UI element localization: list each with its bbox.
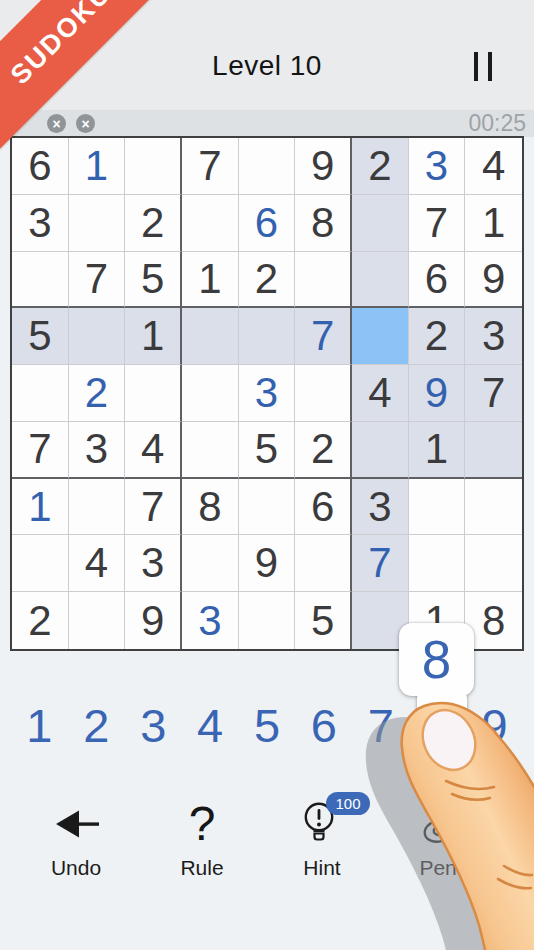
cell-r6c7[interactable] xyxy=(352,422,409,479)
cell-r5c9[interactable]: 7 xyxy=(465,365,522,422)
close-icon[interactable]: × xyxy=(47,114,66,133)
number-key-6[interactable]: 6 xyxy=(295,696,352,754)
rule-label: Rule xyxy=(180,856,223,880)
timer-label: 00:25 xyxy=(468,110,526,137)
cell-r9c9[interactable]: 8 xyxy=(465,592,522,649)
cell-r7c9[interactable] xyxy=(465,479,522,536)
rule-button[interactable]: ? Rule xyxy=(147,798,257,880)
cell-r8c7[interactable]: 7 xyxy=(352,535,409,592)
number-key-9[interactable]: 9 xyxy=(466,696,523,754)
cell-r7c7[interactable]: 3 xyxy=(352,479,409,536)
cell-r1c3[interactable] xyxy=(125,138,182,195)
number-key-8[interactable]: 8 xyxy=(409,696,466,754)
cell-r5c1[interactable] xyxy=(12,365,69,422)
cell-r4c8[interactable]: 2 xyxy=(409,308,466,365)
pencil-label: Pencil xyxy=(419,856,476,880)
number-key-3[interactable]: 3 xyxy=(125,696,182,754)
cell-r9c4[interactable]: 3 xyxy=(182,592,239,649)
cell-r1c5[interactable] xyxy=(239,138,296,195)
hint-count-badge: 100 xyxy=(326,792,370,815)
number-picker: 123456789 xyxy=(11,696,523,754)
pause-icon xyxy=(488,52,492,81)
cell-r4c1[interactable]: 5 xyxy=(12,308,69,365)
cell-r3c5[interactable]: 2 xyxy=(239,252,296,309)
cell-r7c3[interactable]: 7 xyxy=(125,479,182,536)
cell-r2c7[interactable] xyxy=(352,195,409,252)
cell-r1c7[interactable]: 2 xyxy=(352,138,409,195)
cell-r4c6[interactable]: 7 xyxy=(295,308,352,365)
cell-r2c4[interactable] xyxy=(182,195,239,252)
pause-button[interactable] xyxy=(474,52,492,81)
undo-arrow-icon xyxy=(52,806,100,842)
cell-r1c2[interactable]: 1 xyxy=(69,138,126,195)
cell-r4c2[interactable] xyxy=(69,308,126,365)
cell-r5c5[interactable]: 3 xyxy=(239,365,296,422)
cell-r1c6[interactable]: 9 xyxy=(295,138,352,195)
cell-r9c8[interactable]: 1 xyxy=(409,592,466,649)
cell-r7c4[interactable]: 8 xyxy=(182,479,239,536)
cell-r4c4[interactable] xyxy=(182,308,239,365)
cell-r5c8[interactable]: 9 xyxy=(409,365,466,422)
cell-r6c9[interactable] xyxy=(465,422,522,479)
cell-r9c5[interactable] xyxy=(239,592,296,649)
cell-r2c9[interactable]: 1 xyxy=(465,195,522,252)
cell-r8c3[interactable]: 3 xyxy=(125,535,182,592)
undo-button[interactable]: Undo xyxy=(21,798,131,880)
cell-r4c9[interactable]: 3 xyxy=(465,308,522,365)
cell-r5c3[interactable] xyxy=(125,365,182,422)
number-key-4[interactable]: 4 xyxy=(182,696,239,754)
cell-r9c2[interactable] xyxy=(69,592,126,649)
cell-r9c1[interactable]: 2 xyxy=(12,592,69,649)
cell-r5c7[interactable]: 4 xyxy=(352,365,409,422)
sudoku-board: 6179234326871751269517232349773452117863… xyxy=(10,136,524,651)
cell-r1c1[interactable]: 6 xyxy=(12,138,69,195)
cell-r7c2[interactable] xyxy=(69,479,126,536)
cell-r1c9[interactable]: 4 xyxy=(465,138,522,195)
cell-r9c3[interactable]: 9 xyxy=(125,592,182,649)
cell-r2c2[interactable] xyxy=(69,195,126,252)
hint-label: Hint xyxy=(303,856,340,880)
cell-r3c3[interactable]: 5 xyxy=(125,252,182,309)
cell-r7c1[interactable]: 1 xyxy=(12,479,69,536)
number-key-5[interactable]: 5 xyxy=(239,696,296,754)
cell-r6c5[interactable]: 5 xyxy=(239,422,296,479)
cell-r3c1[interactable] xyxy=(12,252,69,309)
cell-r3c6[interactable] xyxy=(295,252,352,309)
cell-r5c6[interactable] xyxy=(295,365,352,422)
cell-r5c4[interactable] xyxy=(182,365,239,422)
toolbar: Undo ? Rule 100 Hint xyxy=(0,798,534,888)
cell-r6c2[interactable]: 3 xyxy=(69,422,126,479)
cell-r7c5[interactable] xyxy=(239,479,296,536)
number-key-7[interactable]: 7 xyxy=(352,696,409,754)
cell-r8c5[interactable]: 9 xyxy=(239,535,296,592)
cell-r2c5[interactable]: 6 xyxy=(239,195,296,252)
cell-r8c6[interactable] xyxy=(295,535,352,592)
cell-r8c8[interactable] xyxy=(409,535,466,592)
cell-r6c1[interactable]: 7 xyxy=(12,422,69,479)
cell-r3c9[interactable]: 9 xyxy=(465,252,522,309)
pencil-button[interactable]: Pencil xyxy=(393,798,503,880)
cell-r6c3[interactable]: 4 xyxy=(125,422,182,479)
cell-r7c8[interactable] xyxy=(409,479,466,536)
cell-r9c6[interactable]: 5 xyxy=(295,592,352,649)
undo-label: Undo xyxy=(51,856,101,880)
cell-r2c8[interactable]: 7 xyxy=(409,195,466,252)
cell-r5c2[interactable]: 2 xyxy=(69,365,126,422)
hint-button[interactable]: 100 Hint xyxy=(267,798,377,880)
cell-r2c1[interactable]: 3 xyxy=(12,195,69,252)
cell-r8c2[interactable]: 4 xyxy=(69,535,126,592)
pause-icon xyxy=(474,52,478,81)
cell-r1c4[interactable]: 7 xyxy=(182,138,239,195)
cell-r4c3[interactable]: 1 xyxy=(125,308,182,365)
cell-r3c2[interactable]: 7 xyxy=(69,252,126,309)
cell-r9c7[interactable] xyxy=(352,592,409,649)
cell-r2c3[interactable]: 2 xyxy=(125,195,182,252)
status-bar: × × 00:25 xyxy=(0,110,534,137)
cell-r4c5[interactable] xyxy=(239,308,296,365)
cell-r2c6[interactable]: 8 xyxy=(295,195,352,252)
cell-r4c7[interactable] xyxy=(352,308,409,365)
cell-r3c8[interactable]: 6 xyxy=(409,252,466,309)
cell-r7c6[interactable]: 6 xyxy=(295,479,352,536)
cell-r6c4[interactable] xyxy=(182,422,239,479)
close-icon[interactable]: × xyxy=(76,114,95,133)
number-key-2[interactable]: 2 xyxy=(68,696,125,754)
cell-r3c4[interactable]: 1 xyxy=(182,252,239,309)
cell-r8c9[interactable] xyxy=(465,535,522,592)
pencil-icon xyxy=(422,799,474,849)
cell-r8c4[interactable] xyxy=(182,535,239,592)
cell-r1c8[interactable]: 3 xyxy=(409,138,466,195)
cell-r6c8[interactable]: 1 xyxy=(409,422,466,479)
cell-r3c7[interactable] xyxy=(352,252,409,309)
question-mark-icon: ? xyxy=(189,798,216,850)
cell-r8c1[interactable] xyxy=(12,535,69,592)
number-key-1[interactable]: 1 xyxy=(11,696,68,754)
cell-r6c6[interactable]: 2 xyxy=(295,422,352,479)
